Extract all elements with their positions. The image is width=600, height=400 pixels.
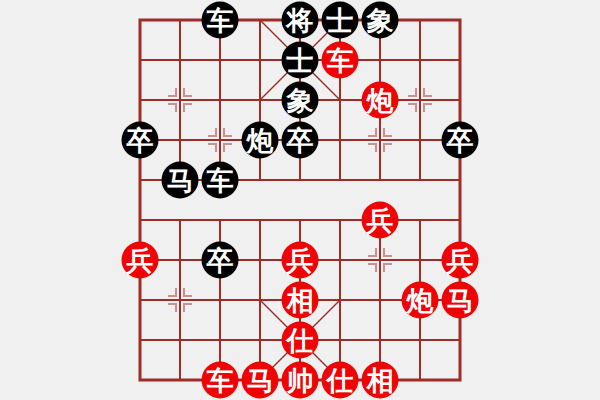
piece-black-soldier[interactable]: 卒 <box>122 122 159 159</box>
piece-red-horse[interactable]: 马 <box>242 362 279 399</box>
piece-black-general[interactable]: 将 <box>282 2 319 39</box>
piece-black-cannon[interactable]: 炮 <box>242 122 279 159</box>
piece-red-elephant[interactable]: 相 <box>362 362 399 399</box>
piece-black-advisor[interactable]: 士 <box>282 42 319 79</box>
piece-red-soldier[interactable]: 兵 <box>122 242 159 279</box>
xiangqi-board: 车将士象士车象炮卒炮卒卒马车兵兵卒兵兵相炮马仕车马帅仕相 <box>140 20 460 380</box>
piece-red-cannon[interactable]: 炮 <box>362 82 399 119</box>
piece-black-soldier[interactable]: 卒 <box>202 242 239 279</box>
piece-red-advisor[interactable]: 仕 <box>322 362 359 399</box>
piece-black-advisor[interactable]: 士 <box>322 2 359 39</box>
piece-black-chariot[interactable]: 车 <box>202 162 239 199</box>
piece-red-cannon[interactable]: 炮 <box>402 282 439 319</box>
piece-red-soldier[interactable]: 兵 <box>362 202 399 239</box>
piece-red-general[interactable]: 帅 <box>282 362 319 399</box>
piece-black-elephant[interactable]: 象 <box>282 82 319 119</box>
xiangqi-screenshot: 车将士象士车象炮卒炮卒卒马车兵兵卒兵兵相炮马仕车马帅仕相 <box>0 0 600 400</box>
piece-red-chariot[interactable]: 车 <box>322 42 359 79</box>
piece-black-chariot[interactable]: 车 <box>202 2 239 39</box>
piece-red-soldier[interactable]: 兵 <box>442 242 479 279</box>
pieces-layer: 车将士象士车象炮卒炮卒卒马车兵兵卒兵兵相炮马仕车马帅仕相 <box>140 20 460 380</box>
piece-red-advisor[interactable]: 仕 <box>282 322 319 359</box>
piece-black-horse[interactable]: 马 <box>162 162 199 199</box>
piece-red-horse[interactable]: 马 <box>442 282 479 319</box>
piece-black-elephant[interactable]: 象 <box>362 2 399 39</box>
piece-red-soldier[interactable]: 兵 <box>282 242 319 279</box>
piece-red-elephant[interactable]: 相 <box>282 282 319 319</box>
piece-red-chariot[interactable]: 车 <box>202 362 239 399</box>
piece-black-soldier[interactable]: 卒 <box>282 122 319 159</box>
piece-black-soldier[interactable]: 卒 <box>442 122 479 159</box>
